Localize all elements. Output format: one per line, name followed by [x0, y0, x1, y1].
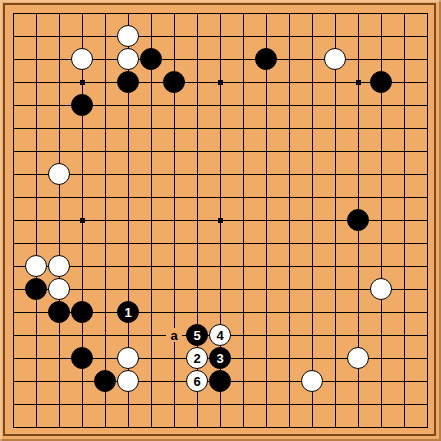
- star-point: [218, 218, 223, 223]
- grid-line-vertical: [312, 13, 313, 428]
- white-stone: [347, 347, 369, 369]
- white-stone-move-2: 2: [186, 347, 208, 369]
- white-stone: [301, 370, 323, 392]
- white-stone: [117, 48, 139, 70]
- black-stone: [71, 347, 93, 369]
- white-stone: [117, 25, 139, 47]
- move-number: 6: [193, 375, 200, 388]
- grid-line-vertical: [335, 13, 336, 428]
- move-number: 3: [216, 352, 223, 365]
- black-stone: [25, 278, 47, 300]
- star-point: [80, 80, 85, 85]
- grid-line-horizontal: [13, 427, 428, 428]
- grid-line-horizontal: [13, 266, 428, 267]
- black-stone: [347, 209, 369, 231]
- white-stone: [71, 48, 93, 70]
- white-stone-move-6: 6: [186, 370, 208, 392]
- white-stone: [48, 163, 70, 185]
- black-stone: [370, 71, 392, 93]
- grid-line-vertical: [427, 13, 428, 428]
- move-number: 1: [124, 306, 131, 319]
- white-stone: [48, 278, 70, 300]
- black-stone-move-3: 3: [209, 347, 231, 369]
- grid-line-vertical: [289, 13, 290, 428]
- grid-layer: a154236: [0, 0, 441, 441]
- black-stone-move-5: 5: [186, 324, 208, 346]
- white-stone: [25, 255, 47, 277]
- black-stone: [117, 71, 139, 93]
- white-stone: [370, 278, 392, 300]
- grid-line-vertical: [404, 13, 405, 428]
- black-stone: [71, 301, 93, 323]
- move-number: 2: [193, 352, 200, 365]
- black-stone: [48, 301, 70, 323]
- white-stone-move-4: 4: [209, 324, 231, 346]
- move-number: 5: [193, 329, 200, 342]
- black-stone: [209, 370, 231, 392]
- black-stone: [94, 370, 116, 392]
- star-point: [80, 218, 85, 223]
- white-stone: [117, 370, 139, 392]
- grid-line-vertical: [243, 13, 244, 428]
- go-board: a154236: [0, 0, 441, 441]
- black-stone: [255, 48, 277, 70]
- white-stone: [324, 48, 346, 70]
- star-point: [218, 80, 223, 85]
- point-label-a: a: [166, 328, 182, 342]
- move-number: 4: [216, 329, 223, 342]
- black-stone: [163, 71, 185, 93]
- grid-line-horizontal: [13, 404, 428, 405]
- black-stone: [71, 94, 93, 116]
- black-stone-move-1: 1: [117, 301, 139, 323]
- grid-line-vertical: [266, 13, 267, 428]
- white-stone: [117, 347, 139, 369]
- grid-line-horizontal: [13, 289, 428, 290]
- black-stone: [140, 48, 162, 70]
- grid-line-horizontal: [13, 243, 428, 244]
- star-point: [356, 80, 361, 85]
- white-stone: [48, 255, 70, 277]
